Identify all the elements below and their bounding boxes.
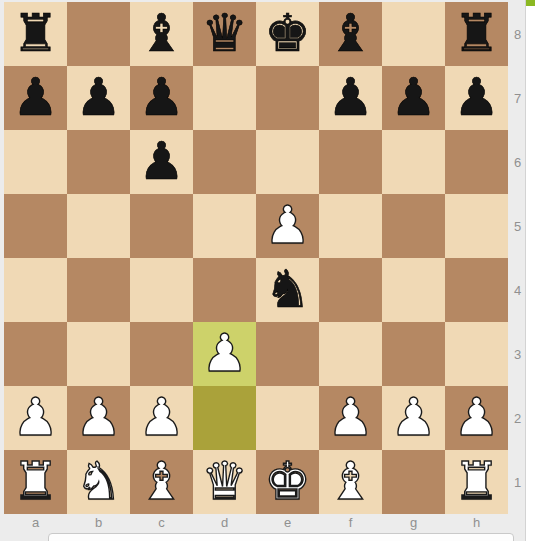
square-d4[interactable]	[193, 258, 256, 322]
square-a2[interactable]: ♟	[4, 386, 67, 450]
square-h6[interactable]	[445, 130, 508, 194]
square-c4[interactable]	[130, 258, 193, 322]
black-king[interactable]: ♚	[264, 7, 311, 59]
square-e2[interactable]	[256, 386, 319, 450]
file-label-f: f	[319, 513, 382, 532]
square-e8[interactable]: ♚	[256, 2, 319, 66]
square-f3[interactable]	[319, 322, 382, 386]
white-king[interactable]: ♚	[264, 455, 311, 507]
file-labels: abcdefgh	[4, 513, 508, 532]
white-queen[interactable]: ♛	[201, 455, 248, 507]
square-d2[interactable]	[193, 386, 256, 450]
square-a5[interactable]	[4, 194, 67, 258]
white-pawn[interactable]: ♟	[12, 391, 59, 443]
white-rook[interactable]: ♜	[453, 455, 500, 507]
black-pawn[interactable]: ♟	[75, 71, 122, 123]
square-f2[interactable]: ♟	[319, 386, 382, 450]
white-pawn[interactable]: ♟	[327, 391, 374, 443]
bottom-panel[interactable]	[48, 533, 514, 541]
square-b6[interactable]	[67, 130, 130, 194]
white-rook[interactable]: ♜	[12, 455, 59, 507]
white-pawn[interactable]: ♟	[264, 199, 311, 251]
black-pawn[interactable]: ♟	[138, 135, 185, 187]
square-b1[interactable]: ♞	[67, 450, 130, 514]
square-c5[interactable]	[130, 194, 193, 258]
black-pawn[interactable]: ♟	[453, 71, 500, 123]
white-pawn[interactable]: ♟	[201, 327, 248, 379]
square-c1[interactable]: ♝	[130, 450, 193, 514]
square-d3[interactable]: ♟	[193, 322, 256, 386]
square-e3[interactable]	[256, 322, 319, 386]
square-e7[interactable]	[256, 66, 319, 130]
black-rook[interactable]: ♜	[453, 7, 500, 59]
square-g7[interactable]: ♟	[382, 66, 445, 130]
square-c6[interactable]: ♟	[130, 130, 193, 194]
square-b8[interactable]	[67, 2, 130, 66]
square-g5[interactable]	[382, 194, 445, 258]
chess-board[interactable]: ♜♝♛♚♝♜♟♟♟♟♟♟♟♟♞♟♟♟♟♟♟♟♜♞♝♛♚♝♜	[4, 2, 508, 514]
black-pawn[interactable]: ♟	[390, 71, 437, 123]
square-g2[interactable]: ♟	[382, 386, 445, 450]
square-h2[interactable]: ♟	[445, 386, 508, 450]
square-d1[interactable]: ♛	[193, 450, 256, 514]
square-a1[interactable]: ♜	[4, 450, 67, 514]
square-d5[interactable]	[193, 194, 256, 258]
white-pawn[interactable]: ♟	[390, 391, 437, 443]
black-bishop[interactable]: ♝	[138, 7, 185, 59]
square-c8[interactable]: ♝	[130, 2, 193, 66]
square-a6[interactable]	[4, 130, 67, 194]
square-g8[interactable]	[382, 2, 445, 66]
square-a7[interactable]: ♟	[4, 66, 67, 130]
white-pawn[interactable]: ♟	[138, 391, 185, 443]
square-b2[interactable]: ♟	[67, 386, 130, 450]
square-f8[interactable]: ♝	[319, 2, 382, 66]
black-bishop[interactable]: ♝	[327, 7, 374, 59]
file-label-e: e	[256, 513, 319, 532]
square-h8[interactable]: ♜	[445, 2, 508, 66]
file-label-d: d	[193, 513, 256, 532]
square-c7[interactable]: ♟	[130, 66, 193, 130]
square-g3[interactable]	[382, 322, 445, 386]
file-label-h: h	[445, 513, 508, 532]
black-pawn[interactable]: ♟	[327, 71, 374, 123]
white-bishop[interactable]: ♝	[327, 455, 374, 507]
black-knight[interactable]: ♞	[264, 263, 311, 315]
square-d7[interactable]	[193, 66, 256, 130]
square-h7[interactable]: ♟	[445, 66, 508, 130]
white-pawn[interactable]: ♟	[75, 391, 122, 443]
square-h1[interactable]: ♜	[445, 450, 508, 514]
square-a8[interactable]: ♜	[4, 2, 67, 66]
black-rook[interactable]: ♜	[12, 7, 59, 59]
square-c2[interactable]: ♟	[130, 386, 193, 450]
white-knight[interactable]: ♞	[75, 455, 122, 507]
square-h3[interactable]	[445, 322, 508, 386]
black-pawn[interactable]: ♟	[12, 71, 59, 123]
square-b5[interactable]	[67, 194, 130, 258]
square-b7[interactable]: ♟	[67, 66, 130, 130]
square-b4[interactable]	[67, 258, 130, 322]
square-e1[interactable]: ♚	[256, 450, 319, 514]
square-c3[interactable]	[130, 322, 193, 386]
square-h5[interactable]	[445, 194, 508, 258]
square-f1[interactable]: ♝	[319, 450, 382, 514]
square-f5[interactable]	[319, 194, 382, 258]
square-e6[interactable]	[256, 130, 319, 194]
square-h4[interactable]	[445, 258, 508, 322]
square-g4[interactable]	[382, 258, 445, 322]
scrollbar-strip[interactable]	[525, 0, 535, 541]
white-bishop[interactable]: ♝	[138, 455, 185, 507]
square-e4[interactable]: ♞	[256, 258, 319, 322]
square-d8[interactable]: ♛	[193, 2, 256, 66]
black-queen[interactable]: ♛	[201, 7, 248, 59]
square-b3[interactable]	[67, 322, 130, 386]
square-g1[interactable]	[382, 450, 445, 514]
square-f4[interactable]	[319, 258, 382, 322]
square-f6[interactable]	[319, 130, 382, 194]
square-g6[interactable]	[382, 130, 445, 194]
square-f7[interactable]: ♟	[319, 66, 382, 130]
square-a3[interactable]	[4, 322, 67, 386]
scrollbar-green-accent	[526, 0, 535, 6]
white-pawn[interactable]: ♟	[453, 391, 500, 443]
square-d6[interactable]	[193, 130, 256, 194]
file-label-a: a	[4, 513, 67, 532]
square-a4[interactable]	[4, 258, 67, 322]
square-e5[interactable]: ♟	[256, 194, 319, 258]
file-label-b: b	[67, 513, 130, 532]
file-label-c: c	[130, 513, 193, 532]
file-label-g: g	[382, 513, 445, 532]
black-pawn[interactable]: ♟	[138, 71, 185, 123]
